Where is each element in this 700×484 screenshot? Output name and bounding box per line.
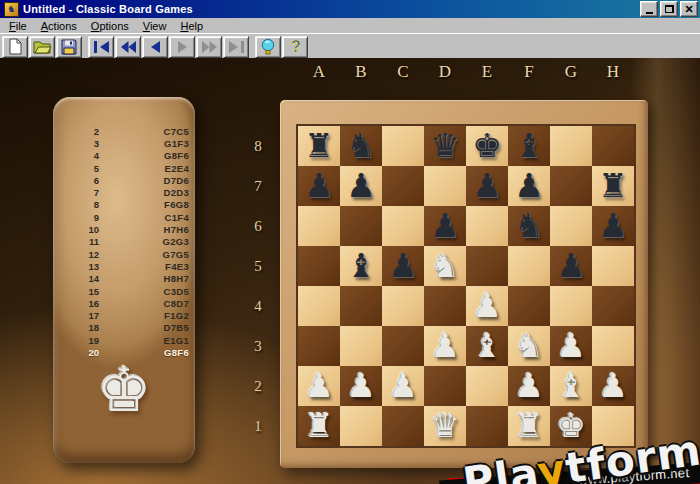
white-pawn: ♟ xyxy=(304,366,334,406)
forward-button xyxy=(169,36,195,58)
question-mark-icon: ? xyxy=(287,38,303,55)
square-e7[interactable]: ♟ xyxy=(466,166,508,206)
move-number: 17 xyxy=(53,310,99,321)
fast-forward-button xyxy=(196,36,222,58)
move-number: 19 xyxy=(53,335,99,346)
square-e3[interactable]: ♝ xyxy=(466,326,508,366)
move-row[interactable]: 11G2G3 xyxy=(53,236,195,248)
skip-to-end-icon xyxy=(228,40,245,54)
square-f5[interactable] xyxy=(508,246,550,286)
square-b4[interactable] xyxy=(340,286,382,326)
square-c2[interactable]: ♟ xyxy=(382,366,424,406)
move-row[interactable]: 4G8F6 xyxy=(53,150,195,162)
rewind-button[interactable] xyxy=(115,36,141,58)
app-window: ♞ Untitled - Classic Board Games ✕ FileA… xyxy=(0,0,700,484)
move-text: C3D5 xyxy=(99,286,195,297)
move-number: 11 xyxy=(53,236,99,247)
square-c6[interactable] xyxy=(382,206,424,246)
white-knight: ♞ xyxy=(514,326,544,366)
square-h8[interactable] xyxy=(592,126,634,166)
square-b2[interactable]: ♟ xyxy=(340,366,382,406)
square-h5[interactable] xyxy=(592,246,634,286)
open-folder-icon xyxy=(33,39,52,55)
move-row[interactable]: 16C8D7 xyxy=(53,297,195,309)
black-pawn: ♟ xyxy=(598,206,628,246)
square-f3[interactable]: ♞ xyxy=(508,326,550,366)
file-label-e: E xyxy=(466,62,508,84)
move-number: 13 xyxy=(53,261,99,272)
white-to-move-king-icon: ♚ xyxy=(53,355,195,425)
rank-label-6: 6 xyxy=(246,206,270,246)
move-text: H8H7 xyxy=(99,273,195,284)
square-h2[interactable]: ♟ xyxy=(592,366,634,406)
move-row[interactable]: 19E1G1 xyxy=(53,334,195,346)
square-b6[interactable] xyxy=(340,206,382,246)
black-queen: ♛ xyxy=(430,126,460,166)
move-number: 12 xyxy=(53,249,99,260)
black-pawn: ♟ xyxy=(430,206,460,246)
move-text: G8F6 xyxy=(99,150,195,161)
skip-to-start-icon xyxy=(93,40,110,54)
square-c3[interactable] xyxy=(382,326,424,366)
rank-label-4: 4 xyxy=(246,286,270,326)
svg-text:?: ? xyxy=(291,38,301,55)
square-c5[interactable]: ♟ xyxy=(382,246,424,286)
move-number: 15 xyxy=(53,286,99,297)
square-e4[interactable]: ♟ xyxy=(466,286,508,326)
rewind-icon xyxy=(120,40,137,54)
move-text: D7B5 xyxy=(99,322,195,333)
square-f2[interactable]: ♟ xyxy=(508,366,550,406)
square-a8[interactable]: ♜ xyxy=(298,126,340,166)
move-list: 2C7C53G1F34G8F65E2E46D7D67D2D38F6G89C1F4… xyxy=(53,125,195,359)
menu-item-actions[interactable]: Actions xyxy=(34,19,84,33)
square-b5[interactable]: ♝ xyxy=(340,246,382,286)
move-text: D2D3 xyxy=(99,187,195,198)
move-number: 8 xyxy=(53,199,99,210)
rank-label-2: 2 xyxy=(246,366,270,406)
move-row[interactable]: 3G1F3 xyxy=(53,137,195,149)
square-g1[interactable]: ♚ xyxy=(550,406,592,446)
move-text: F6G8 xyxy=(99,199,195,210)
black-pawn: ♟ xyxy=(346,166,376,206)
move-number: 3 xyxy=(53,138,99,149)
square-h3[interactable] xyxy=(592,326,634,366)
minimize-icon xyxy=(646,12,653,14)
square-g2[interactable]: ♝ xyxy=(550,366,592,406)
square-e2[interactable] xyxy=(466,366,508,406)
white-bishop: ♝ xyxy=(472,326,502,366)
square-d1[interactable]: ♛ xyxy=(424,406,466,446)
black-bishop: ♝ xyxy=(346,246,376,286)
chess-board-frame: ♜♞♛♚♝♟♟♟♟♜♟♞♟♝♟♞♟♟♟♝♞♟♟♟♟♟♝♟♜♛♜♚ xyxy=(280,100,648,468)
square-f7[interactable]: ♟ xyxy=(508,166,550,206)
move-number: 7 xyxy=(53,187,99,198)
square-b3[interactable] xyxy=(340,326,382,366)
white-queen: ♛ xyxy=(430,406,460,446)
file-label-d: D xyxy=(424,62,466,84)
move-text: E1G1 xyxy=(99,335,195,346)
square-f8[interactable]: ♝ xyxy=(508,126,550,166)
move-number: 18 xyxy=(53,322,99,333)
save-button[interactable] xyxy=(56,36,82,58)
square-f4[interactable] xyxy=(508,286,550,326)
move-text: F4E3 xyxy=(99,261,195,272)
square-g5[interactable]: ♟ xyxy=(550,246,592,286)
game-area: 2C7C53G1F34G8F65E2E46D7D67D2D38F6G89C1F4… xyxy=(0,58,700,484)
square-g3[interactable]: ♟ xyxy=(550,326,592,366)
black-king: ♚ xyxy=(472,126,502,166)
black-pawn: ♟ xyxy=(388,246,418,286)
square-d4[interactable] xyxy=(424,286,466,326)
move-text: G7G5 xyxy=(99,249,195,260)
white-pawn: ♟ xyxy=(472,286,502,326)
step-back-icon xyxy=(147,40,164,54)
white-pawn: ♟ xyxy=(556,326,586,366)
black-rook: ♜ xyxy=(598,166,628,206)
square-d3[interactable]: ♟ xyxy=(424,326,466,366)
close-button[interactable]: ✕ xyxy=(680,1,698,17)
square-c1[interactable] xyxy=(382,406,424,446)
move-number: 14 xyxy=(53,273,99,284)
white-pawn: ♟ xyxy=(514,366,544,406)
move-text: C7C5 xyxy=(99,126,195,137)
file-labels: ABCDEFGH xyxy=(298,62,634,84)
move-row[interactable]: 18D7B5 xyxy=(53,322,195,334)
move-row[interactable]: 13F4E3 xyxy=(53,260,195,272)
minimize-button[interactable] xyxy=(640,1,658,17)
menu-bar: FileActionsOptionsViewHelp xyxy=(0,18,700,33)
menu-item-file[interactable]: File xyxy=(2,19,34,33)
white-pawn: ♟ xyxy=(346,366,376,406)
chess-board: ♜♞♛♚♝♟♟♟♟♜♟♞♟♝♟♞♟♟♟♝♞♟♟♟♟♟♝♟♜♛♜♚ xyxy=(298,126,634,446)
file-label-g: G xyxy=(550,62,592,84)
save-floppy-icon xyxy=(61,39,77,55)
square-g7[interactable] xyxy=(550,166,592,206)
square-h4[interactable] xyxy=(592,286,634,326)
move-number: 16 xyxy=(53,298,99,309)
black-pawn: ♟ xyxy=(472,166,502,206)
square-a1[interactable]: ♜ xyxy=(298,406,340,446)
help-button[interactable]: ? xyxy=(282,36,308,58)
title-bar: ♞ Untitled - Classic Board Games ✕ xyxy=(0,0,700,18)
file-label-a: A xyxy=(298,62,340,84)
rank-label-7: 7 xyxy=(246,166,270,206)
square-f6[interactable]: ♞ xyxy=(508,206,550,246)
square-a7[interactable]: ♟ xyxy=(298,166,340,206)
move-text: H7H6 xyxy=(99,224,195,235)
move-number: 10 xyxy=(53,224,99,235)
rank-label-8: 8 xyxy=(246,126,270,166)
file-label-b: B xyxy=(340,62,382,84)
last-move-button xyxy=(223,36,249,58)
square-d7[interactable] xyxy=(424,166,466,206)
square-b1[interactable] xyxy=(340,406,382,446)
move-text: C1F4 xyxy=(99,212,195,223)
black-pawn: ♟ xyxy=(556,246,586,286)
move-row[interactable]: 5E2E4 xyxy=(53,162,195,174)
step-forward-icon xyxy=(174,40,191,54)
square-e5[interactable] xyxy=(466,246,508,286)
restore-button[interactable] xyxy=(660,1,678,17)
move-text: C8D7 xyxy=(99,298,195,309)
square-c4[interactable] xyxy=(382,286,424,326)
hint-button[interactable] xyxy=(255,36,281,58)
menu-item-view[interactable]: View xyxy=(136,19,174,33)
black-knight: ♞ xyxy=(514,206,544,246)
white-knight: ♞ xyxy=(430,246,460,286)
black-rook: ♜ xyxy=(304,126,334,166)
move-row[interactable]: 6D7D6 xyxy=(53,174,195,186)
rank-label-5: 5 xyxy=(246,246,270,286)
square-c7[interactable] xyxy=(382,166,424,206)
window-title: Untitled - Classic Board Games xyxy=(23,3,638,15)
black-pawn: ♟ xyxy=(304,166,334,206)
white-king: ♚ xyxy=(556,406,586,446)
white-bishop: ♝ xyxy=(556,366,586,406)
move-text: D7D6 xyxy=(99,175,195,186)
square-g6[interactable] xyxy=(550,206,592,246)
move-row[interactable]: 9C1F4 xyxy=(53,211,195,223)
back-button[interactable] xyxy=(142,36,168,58)
move-row[interactable]: 10H7H6 xyxy=(53,223,195,235)
file-label-f: F xyxy=(508,62,550,84)
fast-forward-icon xyxy=(201,40,218,54)
open-button[interactable] xyxy=(29,36,55,58)
move-number: 4 xyxy=(53,150,99,161)
move-text: F1G2 xyxy=(99,310,195,321)
restore-icon xyxy=(665,5,674,13)
move-row[interactable]: 15C3D5 xyxy=(53,285,195,297)
square-e8[interactable]: ♚ xyxy=(466,126,508,166)
move-number: 5 xyxy=(53,163,99,174)
white-pawn: ♟ xyxy=(430,326,460,366)
white-pawn: ♟ xyxy=(598,366,628,406)
square-b8[interactable]: ♞ xyxy=(340,126,382,166)
move-row[interactable]: 7D2D3 xyxy=(53,186,195,198)
rank-label-3: 3 xyxy=(246,326,270,366)
file-label-h: H xyxy=(592,62,634,84)
square-e1[interactable] xyxy=(466,406,508,446)
white-pawn: ♟ xyxy=(388,366,418,406)
square-a2[interactable]: ♟ xyxy=(298,366,340,406)
white-rook: ♜ xyxy=(514,406,544,446)
square-d6[interactable]: ♟ xyxy=(424,206,466,246)
square-a6[interactable] xyxy=(298,206,340,246)
close-icon: ✕ xyxy=(684,4,693,15)
square-g4[interactable] xyxy=(550,286,592,326)
square-d5[interactable]: ♞ xyxy=(424,246,466,286)
square-f1[interactable]: ♜ xyxy=(508,406,550,446)
move-row[interactable]: 14H8H7 xyxy=(53,273,195,285)
file-label-c: C xyxy=(382,62,424,84)
square-a3[interactable] xyxy=(298,326,340,366)
move-row[interactable]: 12G7G5 xyxy=(53,248,195,260)
square-d2[interactable] xyxy=(424,366,466,406)
black-bishop: ♝ xyxy=(514,126,544,166)
move-number: 9 xyxy=(53,212,99,223)
app-icon: ♞ xyxy=(4,2,19,17)
square-e6[interactable] xyxy=(466,206,508,246)
move-row[interactable]: 2C7C5 xyxy=(53,125,195,137)
square-a4[interactable] xyxy=(298,286,340,326)
menu-item-options[interactable]: Options xyxy=(84,19,136,33)
move-text: E2E4 xyxy=(99,163,195,174)
square-g8[interactable] xyxy=(550,126,592,166)
move-row[interactable]: 17F1G2 xyxy=(53,309,195,321)
move-number: 2 xyxy=(53,126,99,137)
first-move-button[interactable] xyxy=(88,36,114,58)
square-b7[interactable]: ♟ xyxy=(340,166,382,206)
square-h7[interactable]: ♜ xyxy=(592,166,634,206)
black-knight: ♞ xyxy=(346,126,376,166)
square-a5[interactable] xyxy=(298,246,340,286)
square-h6[interactable]: ♟ xyxy=(592,206,634,246)
move-number: 6 xyxy=(53,175,99,186)
new-button[interactable] xyxy=(2,36,28,58)
square-d8[interactable]: ♛ xyxy=(424,126,466,166)
white-rook: ♜ xyxy=(304,406,334,446)
move-text: G2G3 xyxy=(99,236,195,247)
new-document-icon xyxy=(7,38,23,55)
square-c8[interactable] xyxy=(382,126,424,166)
rank-label-1: 1 xyxy=(246,406,270,446)
toolbar: ? xyxy=(0,33,700,60)
move-list-panel: 2C7C53G1F34G8F65E2E46D7D67D2D38F6G89C1F4… xyxy=(53,97,195,463)
move-row[interactable]: 8F6G8 xyxy=(53,199,195,211)
black-pawn: ♟ xyxy=(514,166,544,206)
menu-item-help[interactable]: Help xyxy=(173,19,210,33)
rank-labels: 87654321 xyxy=(246,126,270,446)
move-text: G1F3 xyxy=(99,138,195,149)
lightbulb-icon xyxy=(260,38,276,55)
